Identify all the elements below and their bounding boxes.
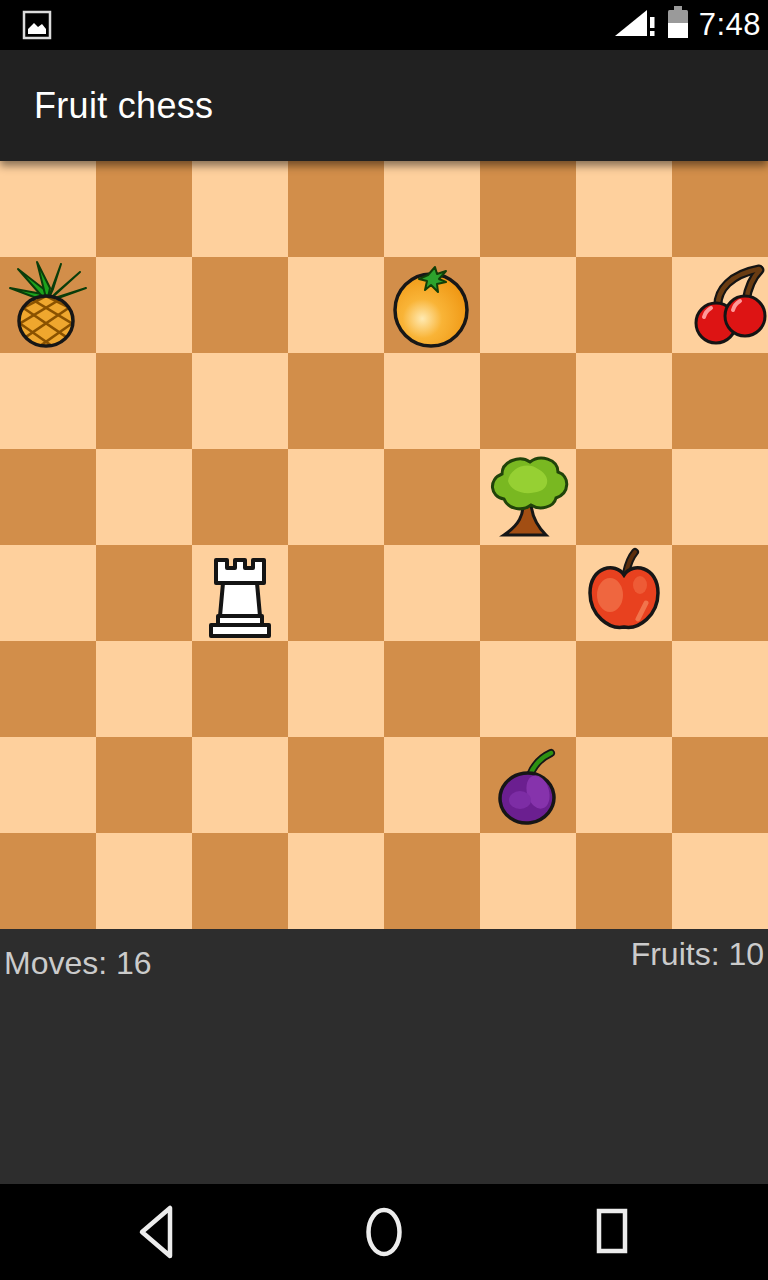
piece-white-rook[interactable] bbox=[192, 550, 288, 646]
piece-tree[interactable] bbox=[480, 449, 576, 545]
status-time: 7:48 bbox=[699, 7, 761, 43]
piece-orange[interactable] bbox=[384, 257, 480, 353]
home-button[interactable] bbox=[362, 1203, 406, 1261]
hud-row: Moves: 16 Fruits: 10 bbox=[0, 929, 768, 982]
lower-panel: Moves: 16 Fruits: 10 bbox=[0, 929, 768, 1184]
fruit-chess-app: 7:48 Fruit chess Moves: 16 Fruits: 10 bbox=[0, 0, 768, 1280]
fruits-counter: Fruits: 10 bbox=[631, 936, 764, 973]
cell-signal-no-internet-icon bbox=[613, 8, 657, 42]
piece-plum[interactable] bbox=[480, 737, 576, 833]
piece-apple[interactable] bbox=[576, 545, 672, 641]
status-bar: 7:48 bbox=[0, 0, 768, 50]
moves-counter: Moves: 16 bbox=[4, 945, 152, 982]
page-title: Fruit chess bbox=[34, 85, 213, 127]
back-button[interactable] bbox=[136, 1203, 176, 1261]
picture-notification-icon bbox=[22, 10, 52, 40]
navigation-bar bbox=[0, 1184, 768, 1280]
piece-pineapple[interactable] bbox=[0, 257, 96, 353]
piece-layer bbox=[0, 161, 768, 929]
recents-button[interactable] bbox=[592, 1203, 632, 1261]
piece-cherries[interactable] bbox=[682, 257, 768, 353]
battery-half-icon bbox=[666, 6, 690, 44]
app-bar: Fruit chess bbox=[0, 50, 768, 161]
